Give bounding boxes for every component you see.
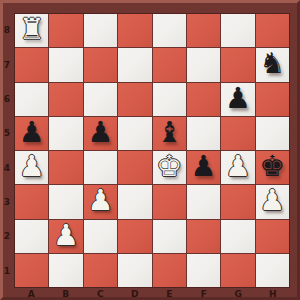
square-b2[interactable]: ♟ [49,220,82,253]
rank-label-5: 5 [0,116,14,150]
white-pawn[interactable]: ♟ [225,152,251,181]
square-c8[interactable] [84,14,117,47]
square-c7[interactable] [84,48,117,81]
square-f6[interactable] [187,83,220,116]
square-g1[interactable] [221,254,254,287]
square-h5[interactable] [256,117,289,150]
square-d1[interactable] [118,254,151,287]
square-g5[interactable] [221,117,254,150]
square-g2[interactable] [221,220,254,253]
white-pawn[interactable]: ♟ [259,186,285,215]
square-b4[interactable] [49,151,82,184]
square-a6[interactable] [15,83,48,116]
file-label-h: H [256,287,291,300]
white-pawn[interactable]: ♟ [87,186,113,215]
black-knight[interactable]: ♞ [259,49,285,78]
square-e4[interactable]: ♚ [153,151,186,184]
square-a1[interactable] [15,254,48,287]
square-h6[interactable] [256,83,289,116]
rank-label-3: 3 [0,185,14,219]
square-g6[interactable]: ♟ [221,83,254,116]
rank-label-1: 1 [0,254,14,288]
square-c5[interactable]: ♟ [84,117,117,150]
square-h8[interactable] [256,14,289,47]
black-pawn[interactable]: ♟ [191,152,217,181]
square-d4[interactable] [118,151,151,184]
square-a2[interactable] [15,220,48,253]
square-f7[interactable] [187,48,220,81]
file-label-f: F [187,287,222,300]
white-king[interactable]: ♚ [156,152,182,181]
square-f8[interactable] [187,14,220,47]
square-f2[interactable] [187,220,220,253]
file-label-c: C [83,287,118,300]
black-pawn[interactable]: ♟ [225,84,251,113]
black-pawn[interactable]: ♟ [87,118,113,147]
black-pawn[interactable]: ♟ [19,118,45,147]
square-f1[interactable] [187,254,220,287]
square-h7[interactable]: ♞ [256,48,289,81]
square-c4[interactable] [84,151,117,184]
white-pawn[interactable]: ♟ [53,221,79,250]
white-rook[interactable]: ♜ [19,15,45,44]
square-h4[interactable]: ♚ [256,151,289,184]
square-d3[interactable] [118,185,151,218]
square-d8[interactable] [118,14,151,47]
square-d6[interactable] [118,83,151,116]
square-f4[interactable]: ♟ [187,151,220,184]
square-b7[interactable] [49,48,82,81]
square-g7[interactable] [221,48,254,81]
square-b8[interactable] [49,14,82,47]
square-h1[interactable] [256,254,289,287]
square-g8[interactable] [221,14,254,47]
square-b6[interactable] [49,83,82,116]
square-g4[interactable]: ♟ [221,151,254,184]
square-e5[interactable]: ♝ [153,117,186,150]
rank-label-8: 8 [0,13,14,47]
square-e6[interactable] [153,83,186,116]
square-c6[interactable] [84,83,117,116]
file-labels: ABCDEFGH [14,287,290,300]
rank-label-2: 2 [0,219,14,253]
square-e1[interactable] [153,254,186,287]
square-a8[interactable]: ♜ [15,14,48,47]
black-bishop[interactable]: ♝ [156,118,182,147]
rank-labels: 87654321 [0,13,14,288]
chess-board: ♜♞♟♟♟♝♟♚♟♟♚♟♟♟ [14,13,290,288]
square-c3[interactable]: ♟ [84,185,117,218]
square-g3[interactable] [221,185,254,218]
square-f3[interactable] [187,185,220,218]
board-frame: 87654321 ♜♞♟♟♟♝♟♚♟♟♚♟♟♟ ABCDEFGH [0,0,300,300]
rank-label-6: 6 [0,82,14,116]
rank-label-7: 7 [0,47,14,81]
file-label-a: A [14,287,49,300]
file-label-e: E [152,287,187,300]
square-d7[interactable] [118,48,151,81]
square-a3[interactable] [15,185,48,218]
rank-label-4: 4 [0,151,14,185]
square-e7[interactable] [153,48,186,81]
square-a4[interactable]: ♟ [15,151,48,184]
square-c2[interactable] [84,220,117,253]
square-b5[interactable] [49,117,82,150]
square-e3[interactable] [153,185,186,218]
black-king[interactable]: ♚ [259,152,285,181]
square-a7[interactable] [15,48,48,81]
white-pawn[interactable]: ♟ [19,152,45,181]
square-h3[interactable]: ♟ [256,185,289,218]
square-f5[interactable] [187,117,220,150]
file-label-b: B [49,287,84,300]
square-b3[interactable] [49,185,82,218]
square-d5[interactable] [118,117,151,150]
square-d2[interactable] [118,220,151,253]
square-b1[interactable] [49,254,82,287]
square-a5[interactable]: ♟ [15,117,48,150]
file-label-g: G [221,287,256,300]
square-e2[interactable] [153,220,186,253]
square-h2[interactable] [256,220,289,253]
square-c1[interactable] [84,254,117,287]
file-label-d: D [118,287,153,300]
square-e8[interactable] [153,14,186,47]
